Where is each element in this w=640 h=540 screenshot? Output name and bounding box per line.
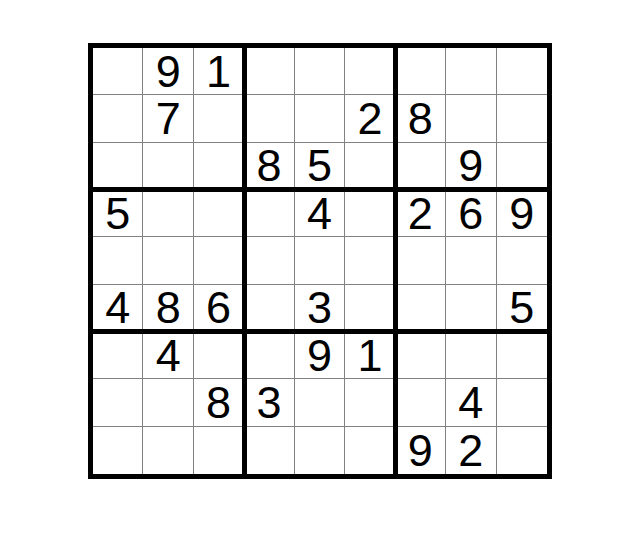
cell-r2c2: 7 bbox=[143, 95, 193, 142]
cell-r6c6[interactable] bbox=[345, 285, 395, 332]
cell-r7c4[interactable] bbox=[244, 332, 294, 379]
cell-r4c5: 4 bbox=[295, 190, 345, 237]
sudoku-board: 91728859542694863549183492 bbox=[88, 43, 552, 479]
cell-r1c7[interactable] bbox=[396, 48, 446, 95]
cell-r9c5[interactable] bbox=[295, 427, 345, 474]
cell-r4c2[interactable] bbox=[143, 190, 193, 237]
cell-r6c8[interactable] bbox=[446, 285, 496, 332]
cell-r8c7[interactable] bbox=[396, 379, 446, 426]
cell-r6c5: 3 bbox=[295, 285, 345, 332]
cell-r8c8: 4 bbox=[446, 379, 496, 426]
cell-r7c5: 9 bbox=[295, 332, 345, 379]
cell-r5c7[interactable] bbox=[396, 237, 446, 284]
cell-r5c6[interactable] bbox=[345, 237, 395, 284]
cell-r9c7: 9 bbox=[396, 427, 446, 474]
cell-r6c7[interactable] bbox=[396, 285, 446, 332]
cell-r1c4[interactable] bbox=[244, 48, 294, 95]
cell-r2c6: 2 bbox=[345, 95, 395, 142]
cell-r9c9[interactable] bbox=[497, 427, 547, 474]
cell-r2c1[interactable] bbox=[93, 95, 143, 142]
cell-r8c2[interactable] bbox=[143, 379, 193, 426]
cell-r3c3[interactable] bbox=[194, 143, 244, 190]
cell-r7c3[interactable] bbox=[194, 332, 244, 379]
cell-r3c6[interactable] bbox=[345, 143, 395, 190]
cell-r3c5: 5 bbox=[295, 143, 345, 190]
cell-r5c2[interactable] bbox=[143, 237, 193, 284]
cell-r6c3: 6 bbox=[194, 285, 244, 332]
cell-r8c1[interactable] bbox=[93, 379, 143, 426]
cell-r4c9: 9 bbox=[497, 190, 547, 237]
cell-r4c1: 5 bbox=[93, 190, 143, 237]
cell-r6c1: 4 bbox=[93, 285, 143, 332]
cell-r8c6[interactable] bbox=[345, 379, 395, 426]
cell-r1c6[interactable] bbox=[345, 48, 395, 95]
cell-r2c9[interactable] bbox=[497, 95, 547, 142]
cell-r1c2: 9 bbox=[143, 48, 193, 95]
cell-r7c2: 4 bbox=[143, 332, 193, 379]
cell-r2c8[interactable] bbox=[446, 95, 496, 142]
cell-r5c1[interactable] bbox=[93, 237, 143, 284]
page-background: { "game": "sudoku", "position": ".91....… bbox=[0, 0, 640, 540]
cell-r1c9[interactable] bbox=[497, 48, 547, 95]
cell-r1c5[interactable] bbox=[295, 48, 345, 95]
cell-r4c7: 2 bbox=[396, 190, 446, 237]
cell-r3c1[interactable] bbox=[93, 143, 143, 190]
cell-r8c5[interactable] bbox=[295, 379, 345, 426]
cell-r7c6: 1 bbox=[345, 332, 395, 379]
cell-r9c4[interactable] bbox=[244, 427, 294, 474]
cell-r2c3[interactable] bbox=[194, 95, 244, 142]
cell-r7c9[interactable] bbox=[497, 332, 547, 379]
cell-r4c3[interactable] bbox=[194, 190, 244, 237]
cell-r1c1[interactable] bbox=[93, 48, 143, 95]
cell-r5c3[interactable] bbox=[194, 237, 244, 284]
cell-r5c5[interactable] bbox=[295, 237, 345, 284]
cell-r4c6[interactable] bbox=[345, 190, 395, 237]
cell-r5c8[interactable] bbox=[446, 237, 496, 284]
cell-r8c4: 3 bbox=[244, 379, 294, 426]
cell-r9c1[interactable] bbox=[93, 427, 143, 474]
sudoku-grid: 91728859542694863549183492 bbox=[93, 48, 547, 474]
cell-r8c3: 8 bbox=[194, 379, 244, 426]
cell-r7c7[interactable] bbox=[396, 332, 446, 379]
cell-r4c4[interactable] bbox=[244, 190, 294, 237]
cell-r1c8[interactable] bbox=[446, 48, 496, 95]
cell-r9c6[interactable] bbox=[345, 427, 395, 474]
cell-r5c9[interactable] bbox=[497, 237, 547, 284]
cell-r3c7[interactable] bbox=[396, 143, 446, 190]
cell-r2c4[interactable] bbox=[244, 95, 294, 142]
cell-r5c4[interactable] bbox=[244, 237, 294, 284]
cell-r8c9[interactable] bbox=[497, 379, 547, 426]
cell-r9c8: 2 bbox=[446, 427, 496, 474]
cell-r3c9[interactable] bbox=[497, 143, 547, 190]
cell-r7c1[interactable] bbox=[93, 332, 143, 379]
cell-r3c2[interactable] bbox=[143, 143, 193, 190]
cell-r1c3: 1 bbox=[194, 48, 244, 95]
cell-r6c4[interactable] bbox=[244, 285, 294, 332]
cell-r9c3[interactable] bbox=[194, 427, 244, 474]
cell-r4c8: 6 bbox=[446, 190, 496, 237]
cell-r3c4: 8 bbox=[244, 143, 294, 190]
cell-r7c8[interactable] bbox=[446, 332, 496, 379]
cell-r6c9: 5 bbox=[497, 285, 547, 332]
cell-r3c8: 9 bbox=[446, 143, 496, 190]
cell-r6c2: 8 bbox=[143, 285, 193, 332]
cell-r9c2[interactable] bbox=[143, 427, 193, 474]
cell-r2c7: 8 bbox=[396, 95, 446, 142]
cell-r2c5[interactable] bbox=[295, 95, 345, 142]
